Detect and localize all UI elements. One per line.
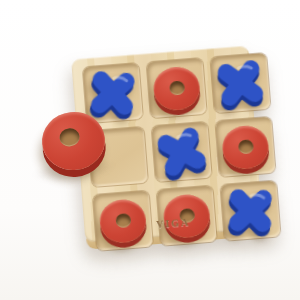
off-board-piece-area — [39, 109, 108, 173]
o-piece[interactable] — [98, 197, 147, 243]
o-piece-hole — [169, 81, 185, 96]
cell-r3c3[interactable] — [220, 181, 280, 241]
x-piece[interactable] — [222, 182, 279, 239]
o-piece-hole — [58, 127, 80, 147]
x-piece[interactable] — [209, 51, 273, 115]
o-piece[interactable] — [152, 65, 201, 111]
x-piece[interactable] — [147, 117, 217, 187]
o-piece-hole — [237, 139, 253, 154]
cell-r2c2[interactable] — [152, 122, 212, 182]
cell-r1c2[interactable] — [147, 58, 207, 118]
cell-r2c3[interactable] — [215, 117, 275, 177]
o-piece[interactable] — [221, 124, 270, 170]
photo-background: VIGA — [0, 0, 300, 300]
o-piece[interactable] — [39, 109, 108, 173]
cell-r3c1[interactable] — [93, 191, 153, 251]
o-piece-hole — [115, 213, 131, 228]
cell-r1c3[interactable] — [210, 53, 270, 113]
